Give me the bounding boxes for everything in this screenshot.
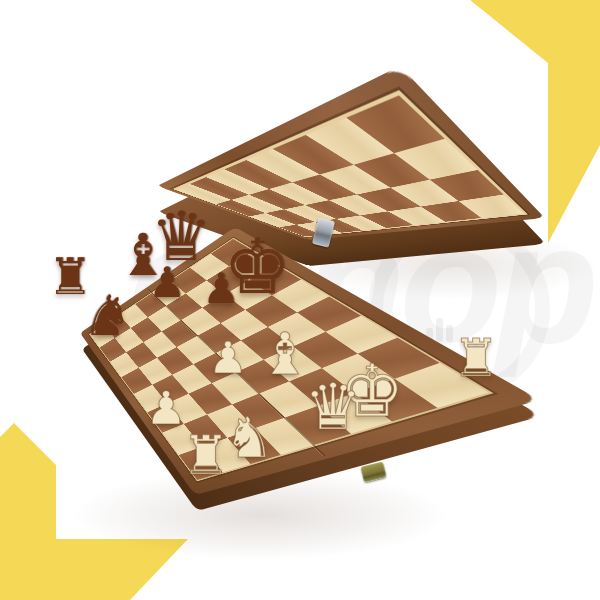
piece-light-rook: ♜ <box>182 429 230 483</box>
pieces-layer: ♛♝♜♚♟♟♞♟♝♜♚♟♛♞♜ <box>0 0 600 600</box>
piece-light-pawn: ♟ <box>208 336 247 380</box>
chess-set-photo: eshop ♛♝♜♚♟♟♞♟♝♜♚♟♛♞♜ <box>0 0 600 600</box>
piece-dark-pawn: ♟ <box>202 268 240 310</box>
piece-dark-pawn: ♟ <box>148 262 186 304</box>
piece-light-pawn: ♟ <box>145 385 186 431</box>
piece-light-bishop: ♝ <box>259 325 311 383</box>
product-photo-stage: eshop ♛♝♜♚♟♟♞♟♝♜♚♟♛♞♜ <box>0 0 600 600</box>
piece-dark-knight: ♞ <box>83 288 133 344</box>
piece-light-queen: ♛ <box>304 375 361 439</box>
piece-light-knight: ♞ <box>224 410 274 466</box>
piece-light-rook: ♜ <box>453 332 500 384</box>
